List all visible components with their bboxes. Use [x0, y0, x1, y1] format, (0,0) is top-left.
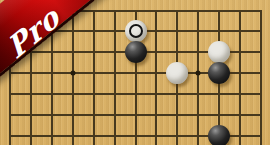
last-move-marker	[129, 24, 143, 38]
go-app-screenshot: Pro	[0, 0, 270, 145]
white-stone-G12[interactable]	[125, 20, 147, 42]
grid-line-horizontal	[9, 114, 262, 116]
star-point-K10	[196, 71, 201, 76]
grid-line-horizontal	[9, 93, 262, 95]
star-point-D10	[70, 71, 75, 76]
black-stone-L10[interactable]	[208, 62, 230, 84]
white-stone-J10[interactable]	[166, 62, 188, 84]
black-stone-G11[interactable]	[125, 41, 147, 63]
white-stone-L11[interactable]	[208, 41, 230, 63]
black-stone-L7[interactable]	[208, 125, 230, 145]
